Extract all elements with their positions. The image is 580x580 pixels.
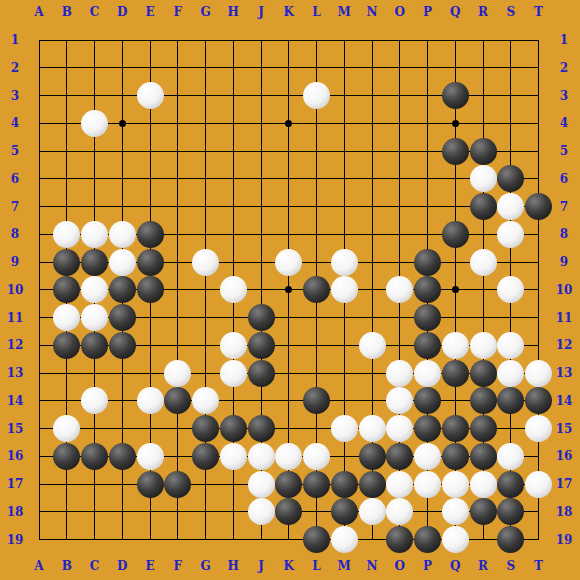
point-B9[interactable] bbox=[53, 248, 81, 276]
point-G2[interactable] bbox=[192, 54, 220, 82]
point-J7[interactable] bbox=[247, 193, 275, 221]
point-H5[interactable] bbox=[219, 137, 247, 165]
point-L6[interactable] bbox=[303, 165, 331, 193]
point-R11[interactable] bbox=[469, 304, 497, 332]
point-T15[interactable] bbox=[525, 415, 553, 443]
point-G8[interactable] bbox=[192, 220, 220, 248]
point-F11[interactable] bbox=[164, 304, 192, 332]
point-S5[interactable] bbox=[497, 137, 525, 165]
point-S17[interactable] bbox=[497, 470, 525, 498]
point-P4[interactable] bbox=[414, 109, 442, 137]
point-B17[interactable] bbox=[53, 470, 81, 498]
point-M16[interactable] bbox=[330, 442, 358, 470]
point-N13[interactable] bbox=[358, 359, 386, 387]
point-P8[interactable] bbox=[414, 220, 442, 248]
point-C12[interactable] bbox=[81, 331, 109, 359]
point-Q3[interactable] bbox=[441, 82, 469, 110]
point-J12[interactable] bbox=[247, 331, 275, 359]
point-E5[interactable] bbox=[136, 137, 164, 165]
point-D16[interactable] bbox=[108, 442, 136, 470]
point-B12[interactable] bbox=[53, 331, 81, 359]
point-M19[interactable] bbox=[330, 526, 358, 554]
point-O8[interactable] bbox=[386, 220, 414, 248]
point-H8[interactable] bbox=[219, 220, 247, 248]
point-L19[interactable] bbox=[303, 526, 331, 554]
point-L12[interactable] bbox=[303, 331, 331, 359]
point-A4[interactable] bbox=[25, 109, 53, 137]
point-Q18[interactable] bbox=[441, 498, 469, 526]
point-E18[interactable] bbox=[136, 498, 164, 526]
point-E8[interactable] bbox=[136, 220, 164, 248]
point-E2[interactable] bbox=[136, 54, 164, 82]
point-F1[interactable] bbox=[164, 26, 192, 54]
point-H7[interactable] bbox=[219, 193, 247, 221]
point-T10[interactable] bbox=[525, 276, 553, 304]
point-N1[interactable] bbox=[358, 26, 386, 54]
point-S6[interactable] bbox=[497, 165, 525, 193]
point-H1[interactable] bbox=[219, 26, 247, 54]
point-L1[interactable] bbox=[303, 26, 331, 54]
point-F16[interactable] bbox=[164, 442, 192, 470]
point-Q16[interactable] bbox=[441, 442, 469, 470]
point-N11[interactable] bbox=[358, 304, 386, 332]
point-G5[interactable] bbox=[192, 137, 220, 165]
point-J4[interactable] bbox=[247, 109, 275, 137]
point-O9[interactable] bbox=[386, 248, 414, 276]
point-R3[interactable] bbox=[469, 82, 497, 110]
point-R13[interactable] bbox=[469, 359, 497, 387]
point-P1[interactable] bbox=[414, 26, 442, 54]
point-P16[interactable] bbox=[414, 442, 442, 470]
point-S1[interactable] bbox=[497, 26, 525, 54]
point-D5[interactable] bbox=[108, 137, 136, 165]
point-P17[interactable] bbox=[414, 470, 442, 498]
point-M17[interactable] bbox=[330, 470, 358, 498]
point-Q15[interactable] bbox=[441, 415, 469, 443]
point-A15[interactable] bbox=[25, 415, 53, 443]
point-M9[interactable] bbox=[330, 248, 358, 276]
point-B14[interactable] bbox=[53, 387, 81, 415]
point-F8[interactable] bbox=[164, 220, 192, 248]
point-P5[interactable] bbox=[414, 137, 442, 165]
point-F3[interactable] bbox=[164, 82, 192, 110]
point-B6[interactable] bbox=[53, 165, 81, 193]
point-Q13[interactable] bbox=[441, 359, 469, 387]
point-G1[interactable] bbox=[192, 26, 220, 54]
point-S7[interactable] bbox=[497, 193, 525, 221]
point-J10[interactable] bbox=[247, 276, 275, 304]
point-O16[interactable] bbox=[386, 442, 414, 470]
point-R16[interactable] bbox=[469, 442, 497, 470]
point-E19[interactable] bbox=[136, 526, 164, 554]
point-R17[interactable] bbox=[469, 470, 497, 498]
point-M3[interactable] bbox=[330, 82, 358, 110]
point-O15[interactable] bbox=[386, 415, 414, 443]
point-H15[interactable] bbox=[219, 415, 247, 443]
point-F7[interactable] bbox=[164, 193, 192, 221]
point-K19[interactable] bbox=[275, 526, 303, 554]
point-E7[interactable] bbox=[136, 193, 164, 221]
point-F6[interactable] bbox=[164, 165, 192, 193]
point-L7[interactable] bbox=[303, 193, 331, 221]
point-Q1[interactable] bbox=[441, 26, 469, 54]
point-O1[interactable] bbox=[386, 26, 414, 54]
point-L14[interactable] bbox=[303, 387, 331, 415]
point-J16[interactable] bbox=[247, 442, 275, 470]
point-O3[interactable] bbox=[386, 82, 414, 110]
point-P19[interactable] bbox=[414, 526, 442, 554]
point-L3[interactable] bbox=[303, 82, 331, 110]
point-N7[interactable] bbox=[358, 193, 386, 221]
point-C9[interactable] bbox=[81, 248, 109, 276]
point-G12[interactable] bbox=[192, 331, 220, 359]
point-C6[interactable] bbox=[81, 165, 109, 193]
point-L13[interactable] bbox=[303, 359, 331, 387]
point-O6[interactable] bbox=[386, 165, 414, 193]
point-J2[interactable] bbox=[247, 54, 275, 82]
point-Q6[interactable] bbox=[441, 165, 469, 193]
point-P9[interactable] bbox=[414, 248, 442, 276]
point-S11[interactable] bbox=[497, 304, 525, 332]
point-G13[interactable] bbox=[192, 359, 220, 387]
point-E11[interactable] bbox=[136, 304, 164, 332]
point-Q7[interactable] bbox=[441, 193, 469, 221]
point-D18[interactable] bbox=[108, 498, 136, 526]
point-Q11[interactable] bbox=[441, 304, 469, 332]
point-N14[interactable] bbox=[358, 387, 386, 415]
point-C5[interactable] bbox=[81, 137, 109, 165]
point-H10[interactable] bbox=[219, 276, 247, 304]
point-Q5[interactable] bbox=[441, 137, 469, 165]
point-M11[interactable] bbox=[330, 304, 358, 332]
point-H17[interactable] bbox=[219, 470, 247, 498]
point-C3[interactable] bbox=[81, 82, 109, 110]
point-D8[interactable] bbox=[108, 220, 136, 248]
point-O10[interactable] bbox=[386, 276, 414, 304]
point-T12[interactable] bbox=[525, 331, 553, 359]
point-P10[interactable] bbox=[414, 276, 442, 304]
point-J8[interactable] bbox=[247, 220, 275, 248]
point-N19[interactable] bbox=[358, 526, 386, 554]
point-O14[interactable] bbox=[386, 387, 414, 415]
point-N8[interactable] bbox=[358, 220, 386, 248]
point-K5[interactable] bbox=[275, 137, 303, 165]
point-C7[interactable] bbox=[81, 193, 109, 221]
point-R6[interactable] bbox=[469, 165, 497, 193]
point-G4[interactable] bbox=[192, 109, 220, 137]
point-D13[interactable] bbox=[108, 359, 136, 387]
point-T4[interactable] bbox=[525, 109, 553, 137]
point-F10[interactable] bbox=[164, 276, 192, 304]
point-T1[interactable] bbox=[525, 26, 553, 54]
point-R19[interactable] bbox=[469, 526, 497, 554]
point-H6[interactable] bbox=[219, 165, 247, 193]
point-N10[interactable] bbox=[358, 276, 386, 304]
point-R5[interactable] bbox=[469, 137, 497, 165]
point-E12[interactable] bbox=[136, 331, 164, 359]
point-S15[interactable] bbox=[497, 415, 525, 443]
point-C4[interactable] bbox=[81, 109, 109, 137]
point-E17[interactable] bbox=[136, 470, 164, 498]
point-D19[interactable] bbox=[108, 526, 136, 554]
point-M18[interactable] bbox=[330, 498, 358, 526]
point-K1[interactable] bbox=[275, 26, 303, 54]
point-Q8[interactable] bbox=[441, 220, 469, 248]
point-L17[interactable] bbox=[303, 470, 331, 498]
point-G10[interactable] bbox=[192, 276, 220, 304]
point-R15[interactable] bbox=[469, 415, 497, 443]
point-K3[interactable] bbox=[275, 82, 303, 110]
point-H19[interactable] bbox=[219, 526, 247, 554]
point-G15[interactable] bbox=[192, 415, 220, 443]
point-J17[interactable] bbox=[247, 470, 275, 498]
point-H11[interactable] bbox=[219, 304, 247, 332]
point-R8[interactable] bbox=[469, 220, 497, 248]
point-K2[interactable] bbox=[275, 54, 303, 82]
point-N12[interactable] bbox=[358, 331, 386, 359]
point-A3[interactable] bbox=[25, 82, 53, 110]
point-J13[interactable] bbox=[247, 359, 275, 387]
point-R18[interactable] bbox=[469, 498, 497, 526]
point-J18[interactable] bbox=[247, 498, 275, 526]
point-F15[interactable] bbox=[164, 415, 192, 443]
point-O11[interactable] bbox=[386, 304, 414, 332]
point-G6[interactable] bbox=[192, 165, 220, 193]
point-N3[interactable] bbox=[358, 82, 386, 110]
point-O13[interactable] bbox=[386, 359, 414, 387]
point-E10[interactable] bbox=[136, 276, 164, 304]
point-D2[interactable] bbox=[108, 54, 136, 82]
point-T9[interactable] bbox=[525, 248, 553, 276]
point-N6[interactable] bbox=[358, 165, 386, 193]
point-R2[interactable] bbox=[469, 54, 497, 82]
point-M4[interactable] bbox=[330, 109, 358, 137]
point-M8[interactable] bbox=[330, 220, 358, 248]
point-B2[interactable] bbox=[53, 54, 81, 82]
point-P3[interactable] bbox=[414, 82, 442, 110]
point-G9[interactable] bbox=[192, 248, 220, 276]
point-A1[interactable] bbox=[25, 26, 53, 54]
point-Q9[interactable] bbox=[441, 248, 469, 276]
point-O17[interactable] bbox=[386, 470, 414, 498]
point-B8[interactable] bbox=[53, 220, 81, 248]
point-C10[interactable] bbox=[81, 276, 109, 304]
point-C2[interactable] bbox=[81, 54, 109, 82]
point-A17[interactable] bbox=[25, 470, 53, 498]
point-E13[interactable] bbox=[136, 359, 164, 387]
point-N18[interactable] bbox=[358, 498, 386, 526]
point-B4[interactable] bbox=[53, 109, 81, 137]
point-J5[interactable] bbox=[247, 137, 275, 165]
point-K12[interactable] bbox=[275, 331, 303, 359]
point-A6[interactable] bbox=[25, 165, 53, 193]
point-C19[interactable] bbox=[81, 526, 109, 554]
point-J3[interactable] bbox=[247, 82, 275, 110]
point-H18[interactable] bbox=[219, 498, 247, 526]
point-M5[interactable] bbox=[330, 137, 358, 165]
point-H16[interactable] bbox=[219, 442, 247, 470]
point-J15[interactable] bbox=[247, 415, 275, 443]
point-T19[interactable] bbox=[525, 526, 553, 554]
point-A8[interactable] bbox=[25, 220, 53, 248]
point-R9[interactable] bbox=[469, 248, 497, 276]
point-T17[interactable] bbox=[525, 470, 553, 498]
point-C16[interactable] bbox=[81, 442, 109, 470]
point-K15[interactable] bbox=[275, 415, 303, 443]
point-L2[interactable] bbox=[303, 54, 331, 82]
point-L4[interactable] bbox=[303, 109, 331, 137]
point-K4[interactable] bbox=[275, 109, 303, 137]
point-T13[interactable] bbox=[525, 359, 553, 387]
point-R14[interactable] bbox=[469, 387, 497, 415]
point-M12[interactable] bbox=[330, 331, 358, 359]
point-N2[interactable] bbox=[358, 54, 386, 82]
point-Q12[interactable] bbox=[441, 331, 469, 359]
point-D10[interactable] bbox=[108, 276, 136, 304]
point-P2[interactable] bbox=[414, 54, 442, 82]
point-B11[interactable] bbox=[53, 304, 81, 332]
point-E6[interactable] bbox=[136, 165, 164, 193]
point-S19[interactable] bbox=[497, 526, 525, 554]
point-K6[interactable] bbox=[275, 165, 303, 193]
point-S13[interactable] bbox=[497, 359, 525, 387]
point-B7[interactable] bbox=[53, 193, 81, 221]
point-K13[interactable] bbox=[275, 359, 303, 387]
point-D7[interactable] bbox=[108, 193, 136, 221]
point-O12[interactable] bbox=[386, 331, 414, 359]
point-P14[interactable] bbox=[414, 387, 442, 415]
point-A18[interactable] bbox=[25, 498, 53, 526]
point-B19[interactable] bbox=[53, 526, 81, 554]
point-A19[interactable] bbox=[25, 526, 53, 554]
point-S12[interactable] bbox=[497, 331, 525, 359]
point-B16[interactable] bbox=[53, 442, 81, 470]
point-E14[interactable] bbox=[136, 387, 164, 415]
point-P13[interactable] bbox=[414, 359, 442, 387]
point-S8[interactable] bbox=[497, 220, 525, 248]
point-S3[interactable] bbox=[497, 82, 525, 110]
point-S14[interactable] bbox=[497, 387, 525, 415]
point-B13[interactable] bbox=[53, 359, 81, 387]
point-P18[interactable] bbox=[414, 498, 442, 526]
point-T18[interactable] bbox=[525, 498, 553, 526]
point-B18[interactable] bbox=[53, 498, 81, 526]
point-H12[interactable] bbox=[219, 331, 247, 359]
point-A16[interactable] bbox=[25, 442, 53, 470]
point-G16[interactable] bbox=[192, 442, 220, 470]
point-R7[interactable] bbox=[469, 193, 497, 221]
point-J19[interactable] bbox=[247, 526, 275, 554]
point-H3[interactable] bbox=[219, 82, 247, 110]
point-C1[interactable] bbox=[81, 26, 109, 54]
point-M13[interactable] bbox=[330, 359, 358, 387]
point-K18[interactable] bbox=[275, 498, 303, 526]
point-E9[interactable] bbox=[136, 248, 164, 276]
point-J6[interactable] bbox=[247, 165, 275, 193]
point-H14[interactable] bbox=[219, 387, 247, 415]
point-R12[interactable] bbox=[469, 331, 497, 359]
point-D1[interactable] bbox=[108, 26, 136, 54]
point-T3[interactable] bbox=[525, 82, 553, 110]
point-G14[interactable] bbox=[192, 387, 220, 415]
point-Q2[interactable] bbox=[441, 54, 469, 82]
point-D9[interactable] bbox=[108, 248, 136, 276]
point-L5[interactable] bbox=[303, 137, 331, 165]
point-Q10[interactable] bbox=[441, 276, 469, 304]
point-T5[interactable] bbox=[525, 137, 553, 165]
point-R4[interactable] bbox=[469, 109, 497, 137]
point-T7[interactable] bbox=[525, 193, 553, 221]
point-L9[interactable] bbox=[303, 248, 331, 276]
point-F19[interactable] bbox=[164, 526, 192, 554]
point-B3[interactable] bbox=[53, 82, 81, 110]
point-L18[interactable] bbox=[303, 498, 331, 526]
point-O7[interactable] bbox=[386, 193, 414, 221]
point-S10[interactable] bbox=[497, 276, 525, 304]
point-K14[interactable] bbox=[275, 387, 303, 415]
point-O2[interactable] bbox=[386, 54, 414, 82]
point-L16[interactable] bbox=[303, 442, 331, 470]
point-A9[interactable] bbox=[25, 248, 53, 276]
point-Q4[interactable] bbox=[441, 109, 469, 137]
point-S2[interactable] bbox=[497, 54, 525, 82]
point-G17[interactable] bbox=[192, 470, 220, 498]
point-B10[interactable] bbox=[53, 276, 81, 304]
point-F2[interactable] bbox=[164, 54, 192, 82]
point-A7[interactable] bbox=[25, 193, 53, 221]
point-M1[interactable] bbox=[330, 26, 358, 54]
point-G7[interactable] bbox=[192, 193, 220, 221]
point-K16[interactable] bbox=[275, 442, 303, 470]
point-J11[interactable] bbox=[247, 304, 275, 332]
point-L15[interactable] bbox=[303, 415, 331, 443]
point-K7[interactable] bbox=[275, 193, 303, 221]
point-A10[interactable] bbox=[25, 276, 53, 304]
point-D14[interactable] bbox=[108, 387, 136, 415]
point-F13[interactable] bbox=[164, 359, 192, 387]
point-N9[interactable] bbox=[358, 248, 386, 276]
point-F4[interactable] bbox=[164, 109, 192, 137]
point-K9[interactable] bbox=[275, 248, 303, 276]
point-C11[interactable] bbox=[81, 304, 109, 332]
point-C15[interactable] bbox=[81, 415, 109, 443]
point-L10[interactable] bbox=[303, 276, 331, 304]
point-S9[interactable] bbox=[497, 248, 525, 276]
point-D3[interactable] bbox=[108, 82, 136, 110]
point-D4[interactable] bbox=[108, 109, 136, 137]
point-K11[interactable] bbox=[275, 304, 303, 332]
point-D12[interactable] bbox=[108, 331, 136, 359]
point-G18[interactable] bbox=[192, 498, 220, 526]
point-O4[interactable] bbox=[386, 109, 414, 137]
point-H2[interactable] bbox=[219, 54, 247, 82]
point-T8[interactable] bbox=[525, 220, 553, 248]
point-A13[interactable] bbox=[25, 359, 53, 387]
point-F17[interactable] bbox=[164, 470, 192, 498]
point-G11[interactable] bbox=[192, 304, 220, 332]
point-H4[interactable] bbox=[219, 109, 247, 137]
point-F18[interactable] bbox=[164, 498, 192, 526]
point-M2[interactable] bbox=[330, 54, 358, 82]
point-T14[interactable] bbox=[525, 387, 553, 415]
point-P11[interactable] bbox=[414, 304, 442, 332]
point-J1[interactable] bbox=[247, 26, 275, 54]
point-J9[interactable] bbox=[247, 248, 275, 276]
point-K10[interactable] bbox=[275, 276, 303, 304]
point-C8[interactable] bbox=[81, 220, 109, 248]
point-E4[interactable] bbox=[136, 109, 164, 137]
point-F14[interactable] bbox=[164, 387, 192, 415]
